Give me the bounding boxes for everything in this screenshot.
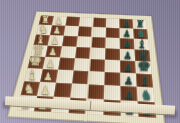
square-c3[interactable] xyxy=(62,36,78,47)
square-g5[interactable] xyxy=(87,84,104,99)
square-a5[interactable] xyxy=(92,18,106,28)
square-f7[interactable]: ♟ xyxy=(120,73,136,87)
square-c5[interactable] xyxy=(91,37,106,48)
piece-white-pawn[interactable]: ♟ xyxy=(40,71,56,82)
piece-black-pawn[interactable]: ♟ xyxy=(120,62,136,73)
square-c2[interactable]: ♟ xyxy=(48,35,64,46)
square-b2[interactable]: ♟ xyxy=(50,25,65,35)
piece-white-pawn[interactable]: ♟ xyxy=(45,47,60,58)
square-f2[interactable]: ♟ xyxy=(40,69,58,83)
piece-black-pawn[interactable]: ♟ xyxy=(120,29,135,39)
square-e7[interactable]: ♟ xyxy=(120,60,136,73)
square-f5[interactable] xyxy=(88,71,105,85)
piece-white-knight[interactable]: ♞ xyxy=(21,82,38,96)
piece-white-king[interactable]: ♚ xyxy=(28,53,44,69)
square-b3[interactable] xyxy=(64,26,79,36)
square-a6[interactable] xyxy=(106,18,120,28)
square-b6[interactable] xyxy=(106,28,120,39)
square-e6[interactable] xyxy=(105,60,121,73)
square-b7[interactable]: ♟ xyxy=(120,28,134,39)
square-d6[interactable] xyxy=(105,48,120,60)
piece-black-pawn[interactable]: ♟ xyxy=(120,50,136,61)
piece-black-bishop[interactable]: ♝ xyxy=(137,74,154,88)
square-d5[interactable] xyxy=(90,48,105,60)
square-d7[interactable]: ♟ xyxy=(120,49,135,61)
square-d2[interactable]: ♟ xyxy=(45,46,62,58)
table-surface: ♜♟♟♜♞♟♟♞♝♟♟♝♛♟♟♛♚♟♟♚♝♟♟♝♞♟♟♞♜♟♟♜ xyxy=(0,0,180,123)
square-f8[interactable]: ♝ xyxy=(136,74,153,88)
square-f6[interactable] xyxy=(104,72,120,86)
piece-black-pawn[interactable]: ♟ xyxy=(120,39,135,49)
piece-white-bishop[interactable]: ♝ xyxy=(24,68,40,82)
square-e5[interactable] xyxy=(89,59,105,72)
piece-black-king[interactable]: ♚ xyxy=(136,58,152,74)
square-g3[interactable] xyxy=(54,83,72,98)
square-f3[interactable] xyxy=(56,70,74,84)
piece-white-pawn[interactable]: ♟ xyxy=(43,59,59,70)
square-g8[interactable]: ♞ xyxy=(137,87,155,102)
square-e2[interactable]: ♟ xyxy=(43,57,60,70)
square-g2[interactable]: ♟ xyxy=(37,82,56,97)
square-g6[interactable] xyxy=(104,85,121,100)
square-b5[interactable] xyxy=(92,27,106,38)
piece-black-pawn[interactable]: ♟ xyxy=(120,75,137,87)
piece-black-pawn[interactable]: ♟ xyxy=(121,89,138,101)
piece-white-pawn[interactable]: ♟ xyxy=(48,36,63,46)
piece-black-knight[interactable]: ♞ xyxy=(138,88,156,102)
hinge-seam xyxy=(90,101,92,110)
square-d3[interactable] xyxy=(60,46,76,58)
piece-white-pawn[interactable]: ♟ xyxy=(37,85,54,97)
square-g7[interactable]: ♟ xyxy=(120,86,137,101)
square-c7[interactable]: ♟ xyxy=(120,38,135,49)
piece-white-pawn[interactable]: ♟ xyxy=(50,26,64,36)
square-a3[interactable] xyxy=(65,17,80,27)
square-e3[interactable] xyxy=(58,58,75,71)
square-c6[interactable] xyxy=(105,38,120,49)
